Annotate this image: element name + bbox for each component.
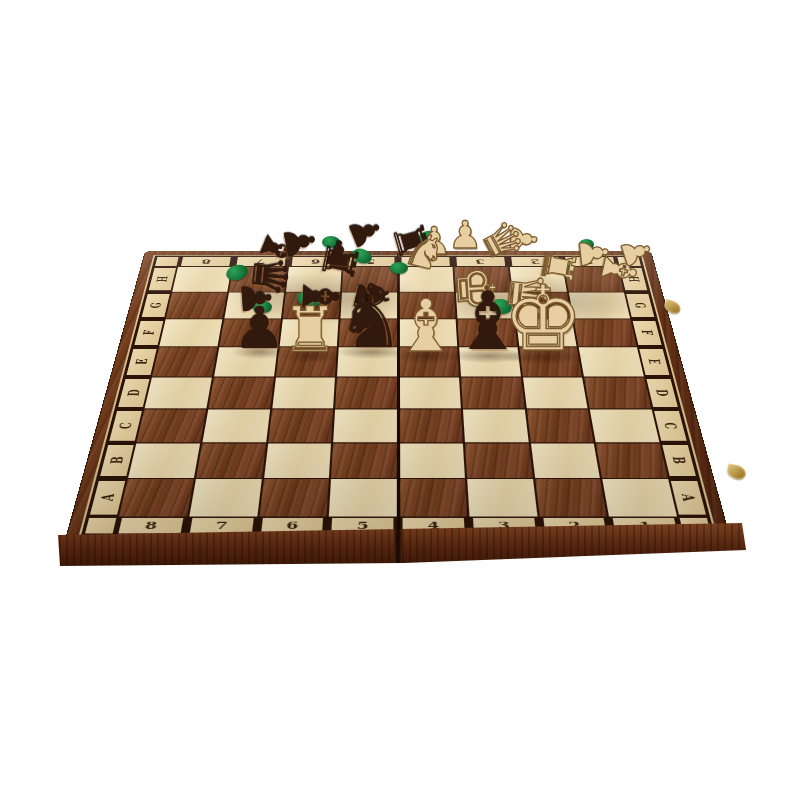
coord-label-text: F [638, 330, 656, 335]
band-corner [85, 518, 116, 534]
square-B5[interactable] [331, 443, 397, 478]
square-E8[interactable] [152, 347, 217, 376]
square-A8[interactable] [119, 479, 193, 516]
square-D3[interactable] [461, 378, 524, 409]
square-D2[interactable] [523, 378, 588, 409]
coord-label-text: 7 [215, 520, 229, 532]
square-B8[interactable] [128, 443, 200, 478]
coord-label-right-B: B [662, 445, 696, 476]
coord-label-right-A: A [671, 481, 706, 514]
chess-piece-dark-pawn-standing[interactable]: ♟ [234, 299, 286, 357]
square-C6[interactable] [268, 409, 333, 442]
square-B2[interactable] [530, 443, 600, 478]
square-E1[interactable] [579, 347, 644, 376]
square-A4[interactable] [399, 479, 467, 516]
chess-piece-light-king-standing[interactable]: ♚ [503, 274, 584, 364]
square-C2[interactable] [526, 409, 593, 442]
chess-piece-dark-pawn-upright-pile[interactable]: ♟ [321, 234, 355, 271]
coord-label-right-D: D [646, 379, 677, 407]
coord-label-text: H [154, 276, 172, 282]
square-B3[interactable] [465, 443, 533, 478]
coord-label-left-H: H [149, 268, 176, 290]
coord-label-text: A [677, 494, 699, 501]
coord-label-text: B [668, 457, 689, 464]
square-B7[interactable] [196, 443, 266, 478]
coord-label-text: D [124, 389, 144, 396]
chess-set-photo: 87654321HHGGFFEEDDCCBBAA87654321 ♟♟♝♟♜♟♛… [0, 0, 800, 800]
band-corner [155, 257, 179, 266]
coord-label-right-G: G [626, 294, 654, 317]
square-D8[interactable] [145, 378, 212, 409]
coord-label-text: F [140, 330, 158, 335]
square-A6[interactable] [259, 479, 329, 516]
square-C3[interactable] [463, 409, 528, 442]
coord-label-text: B [106, 457, 127, 464]
square-A7[interactable] [189, 479, 261, 516]
coord-label-text: 8 [144, 520, 158, 532]
coord-label-text: 6 [286, 520, 299, 532]
square-D6[interactable] [272, 378, 335, 409]
square-C1[interactable] [590, 409, 659, 442]
square-A5[interactable] [329, 479, 397, 516]
coord-label-text: G [147, 302, 165, 308]
square-C7[interactable] [202, 409, 269, 442]
square-B4[interactable] [399, 443, 465, 478]
square-B1[interactable] [596, 443, 668, 478]
coord-label-text: G [631, 302, 649, 308]
square-D1[interactable] [584, 378, 651, 409]
coord-label-text: C [660, 422, 680, 429]
coord-label-text: E [645, 359, 664, 365]
coord-label-text: A [97, 494, 119, 501]
square-A3[interactable] [467, 479, 537, 516]
square-G8[interactable] [166, 292, 227, 318]
chess-piece-light-bishop-standing[interactable]: ♝ [394, 290, 459, 362]
square-C4[interactable] [399, 409, 463, 442]
square-D7[interactable] [208, 378, 273, 409]
square-F8[interactable] [159, 319, 222, 346]
square-A1[interactable] [603, 479, 677, 516]
coord-label-near-7: 7 [189, 518, 253, 534]
square-A2[interactable] [535, 479, 607, 516]
brass-clasp-icon [726, 463, 747, 480]
square-C8[interactable] [137, 409, 206, 442]
chess-piece-light-rook-standing[interactable]: ♜ [282, 299, 338, 361]
coord-label-far-8: 8 [181, 257, 231, 266]
square-C5[interactable] [333, 409, 397, 442]
coord-label-text: C [116, 422, 136, 429]
square-H8[interactable] [172, 267, 231, 292]
square-D5[interactable] [335, 378, 397, 409]
square-D4[interactable] [399, 378, 461, 409]
coord-label-near-8: 8 [118, 518, 183, 534]
square-B6[interactable] [264, 443, 332, 478]
coord-label-right-E: E [639, 349, 669, 375]
coord-label-text: 8 [201, 258, 212, 265]
coord-label-right-C: C [654, 411, 686, 440]
coord-label-text: D [652, 389, 672, 396]
coord-label-left-G: G [142, 294, 170, 317]
coord-label-right-F: F [633, 320, 662, 345]
coord-label-left-F: F [134, 320, 163, 345]
coord-label-text: E [132, 359, 151, 365]
